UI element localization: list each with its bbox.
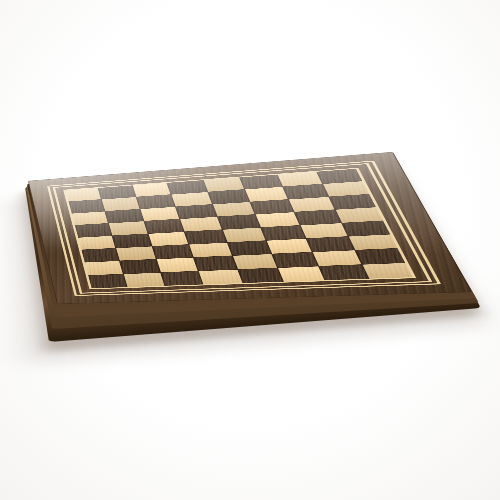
- square-a2[interactable]: [85, 261, 123, 275]
- square-h2[interactable]: [355, 248, 405, 264]
- square-f1[interactable]: [278, 266, 325, 281]
- square-g1[interactable]: [319, 265, 368, 281]
- square-h3[interactable]: [348, 234, 397, 250]
- photo-background: [0, 0, 500, 500]
- square-a1[interactable]: [88, 274, 127, 288]
- square-a3[interactable]: [81, 248, 119, 262]
- square-b1[interactable]: [124, 273, 164, 287]
- square-c2[interactable]: [157, 258, 198, 273]
- square-f2[interactable]: [272, 252, 318, 267]
- square-e2[interactable]: [232, 254, 276, 269]
- square-d2[interactable]: [194, 256, 237, 271]
- square-c1[interactable]: [161, 271, 203, 286]
- square-g3[interactable]: [307, 237, 354, 252]
- board-grid: [66, 169, 413, 289]
- square-c3[interactable]: [152, 245, 193, 259]
- square-b2[interactable]: [120, 259, 160, 273]
- square-g2[interactable]: [313, 250, 361, 265]
- square-h1[interactable]: [362, 263, 413, 279]
- chessboard: [28, 152, 472, 304]
- square-e1[interactable]: [238, 268, 283, 283]
- square-d1[interactable]: [199, 270, 242, 285]
- square-b3[interactable]: [116, 246, 155, 260]
- square-d3[interactable]: [189, 243, 231, 258]
- square-e3[interactable]: [227, 241, 271, 256]
- square-f3[interactable]: [266, 239, 311, 254]
